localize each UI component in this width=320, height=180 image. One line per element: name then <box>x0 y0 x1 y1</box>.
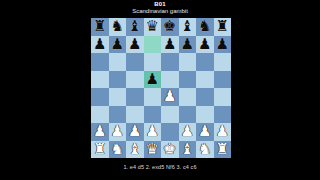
square-h6[interactable] <box>214 53 232 71</box>
square-a8[interactable]: ♜ <box>91 18 109 36</box>
piece-black-rook: ♜ <box>93 19 106 34</box>
square-e4[interactable]: ♟ <box>161 88 179 106</box>
piece-white-pawn: ♟ <box>146 124 159 139</box>
piece-black-bishop: ♝ <box>128 19 141 34</box>
piece-black-knight: ♞ <box>198 19 211 34</box>
square-a2[interactable]: ♟ <box>91 123 109 141</box>
square-a6[interactable] <box>91 53 109 71</box>
piece-black-knight: ♞ <box>111 19 124 34</box>
piece-white-pawn: ♟ <box>216 124 229 139</box>
piece-white-king: ♚ <box>163 141 176 156</box>
square-g8[interactable]: ♞ <box>196 18 214 36</box>
piece-white-pawn: ♟ <box>111 124 124 139</box>
square-d8[interactable]: ♛ <box>144 18 162 36</box>
square-e6[interactable] <box>161 53 179 71</box>
square-c3[interactable] <box>126 106 144 124</box>
square-b3[interactable] <box>109 106 127 124</box>
square-g1[interactable]: ♞ <box>196 141 214 159</box>
square-c5[interactable] <box>126 71 144 89</box>
square-g2[interactable]: ♟ <box>196 123 214 141</box>
square-f7[interactable]: ♟ <box>179 36 197 54</box>
piece-white-queen: ♛ <box>146 141 159 156</box>
square-g4[interactable] <box>196 88 214 106</box>
square-a5[interactable] <box>91 71 109 89</box>
piece-white-rook: ♜ <box>216 141 229 156</box>
piece-white-pawn: ♟ <box>198 124 211 139</box>
square-b7[interactable]: ♟ <box>109 36 127 54</box>
square-d3[interactable] <box>144 106 162 124</box>
square-e7[interactable]: ♟ <box>161 36 179 54</box>
piece-black-bishop: ♝ <box>181 19 194 34</box>
square-b8[interactable]: ♞ <box>109 18 127 36</box>
square-g3[interactable] <box>196 106 214 124</box>
piece-black-pawn: ♟ <box>181 36 194 51</box>
eco-code: B01 <box>0 1 320 8</box>
square-b2[interactable]: ♟ <box>109 123 127 141</box>
square-b5[interactable] <box>109 71 127 89</box>
piece-black-pawn: ♟ <box>163 36 176 51</box>
square-h8[interactable]: ♜ <box>214 18 232 36</box>
piece-white-pawn: ♟ <box>181 124 194 139</box>
piece-black-pawn: ♟ <box>216 36 229 51</box>
square-e8[interactable]: ♚ <box>161 18 179 36</box>
square-c6[interactable] <box>126 53 144 71</box>
square-h3[interactable] <box>214 106 232 124</box>
square-b4[interactable] <box>109 88 127 106</box>
square-d7[interactable] <box>144 36 162 54</box>
square-f3[interactable] <box>179 106 197 124</box>
square-e2[interactable] <box>161 123 179 141</box>
square-h2[interactable]: ♟ <box>214 123 232 141</box>
square-e3[interactable] <box>161 106 179 124</box>
square-b6[interactable] <box>109 53 127 71</box>
piece-black-pawn: ♟ <box>146 71 159 86</box>
piece-black-pawn: ♟ <box>111 36 124 51</box>
piece-white-knight: ♞ <box>198 141 211 156</box>
square-d2[interactable]: ♟ <box>144 123 162 141</box>
square-f1[interactable]: ♝ <box>179 141 197 159</box>
piece-white-rook: ♜ <box>93 141 106 156</box>
square-g5[interactable] <box>196 71 214 89</box>
video-frame: B01 Scandinavian gambit ♜♞♝♛♚♝♞♜♟♟♟♟♟♟♟♟… <box>0 0 320 180</box>
square-a1[interactable]: ♜ <box>91 141 109 159</box>
square-c2[interactable]: ♟ <box>126 123 144 141</box>
square-f5[interactable] <box>179 71 197 89</box>
title-block: B01 Scandinavian gambit <box>0 1 320 15</box>
piece-black-pawn: ♟ <box>93 36 106 51</box>
square-c8[interactable]: ♝ <box>126 18 144 36</box>
square-a7[interactable]: ♟ <box>91 36 109 54</box>
square-a4[interactable] <box>91 88 109 106</box>
square-b1[interactable]: ♞ <box>109 141 127 159</box>
piece-black-pawn: ♟ <box>198 36 211 51</box>
piece-white-bishop: ♝ <box>128 141 141 156</box>
square-h5[interactable] <box>214 71 232 89</box>
piece-white-knight: ♞ <box>111 141 124 156</box>
piece-black-king: ♚ <box>163 19 176 34</box>
square-f2[interactable]: ♟ <box>179 123 197 141</box>
square-h7[interactable]: ♟ <box>214 36 232 54</box>
square-f4[interactable] <box>179 88 197 106</box>
piece-white-pawn: ♟ <box>93 124 106 139</box>
square-c1[interactable]: ♝ <box>126 141 144 159</box>
square-g6[interactable] <box>196 53 214 71</box>
piece-white-bishop: ♝ <box>181 141 194 156</box>
piece-white-pawn: ♟ <box>163 89 176 104</box>
piece-black-rook: ♜ <box>216 19 229 34</box>
square-f6[interactable] <box>179 53 197 71</box>
piece-black-pawn: ♟ <box>128 36 141 51</box>
square-d5[interactable]: ♟ <box>144 71 162 89</box>
square-h1[interactable]: ♜ <box>214 141 232 159</box>
piece-black-queen: ♛ <box>146 19 159 34</box>
square-d1[interactable]: ♛ <box>144 141 162 159</box>
chess-board[interactable]: ♜♞♝♛♚♝♞♜♟♟♟♟♟♟♟♟♟♟♟♟♟♟♟♟♜♞♝♛♚♝♞♜ <box>91 18 231 158</box>
square-c4[interactable] <box>126 88 144 106</box>
square-g7[interactable]: ♟ <box>196 36 214 54</box>
square-c7[interactable]: ♟ <box>126 36 144 54</box>
move-list: 1. e4 d5 2. exd5 Nf6 3. c4 c6 <box>0 164 320 171</box>
square-e1[interactable]: ♚ <box>161 141 179 159</box>
square-a3[interactable] <box>91 106 109 124</box>
piece-white-pawn: ♟ <box>128 124 141 139</box>
square-d6[interactable] <box>144 53 162 71</box>
opening-name: Scandinavian gambit <box>0 8 320 15</box>
square-d4[interactable] <box>144 88 162 106</box>
square-f8[interactable]: ♝ <box>179 18 197 36</box>
square-e5[interactable] <box>161 71 179 89</box>
square-h4[interactable] <box>214 88 232 106</box>
